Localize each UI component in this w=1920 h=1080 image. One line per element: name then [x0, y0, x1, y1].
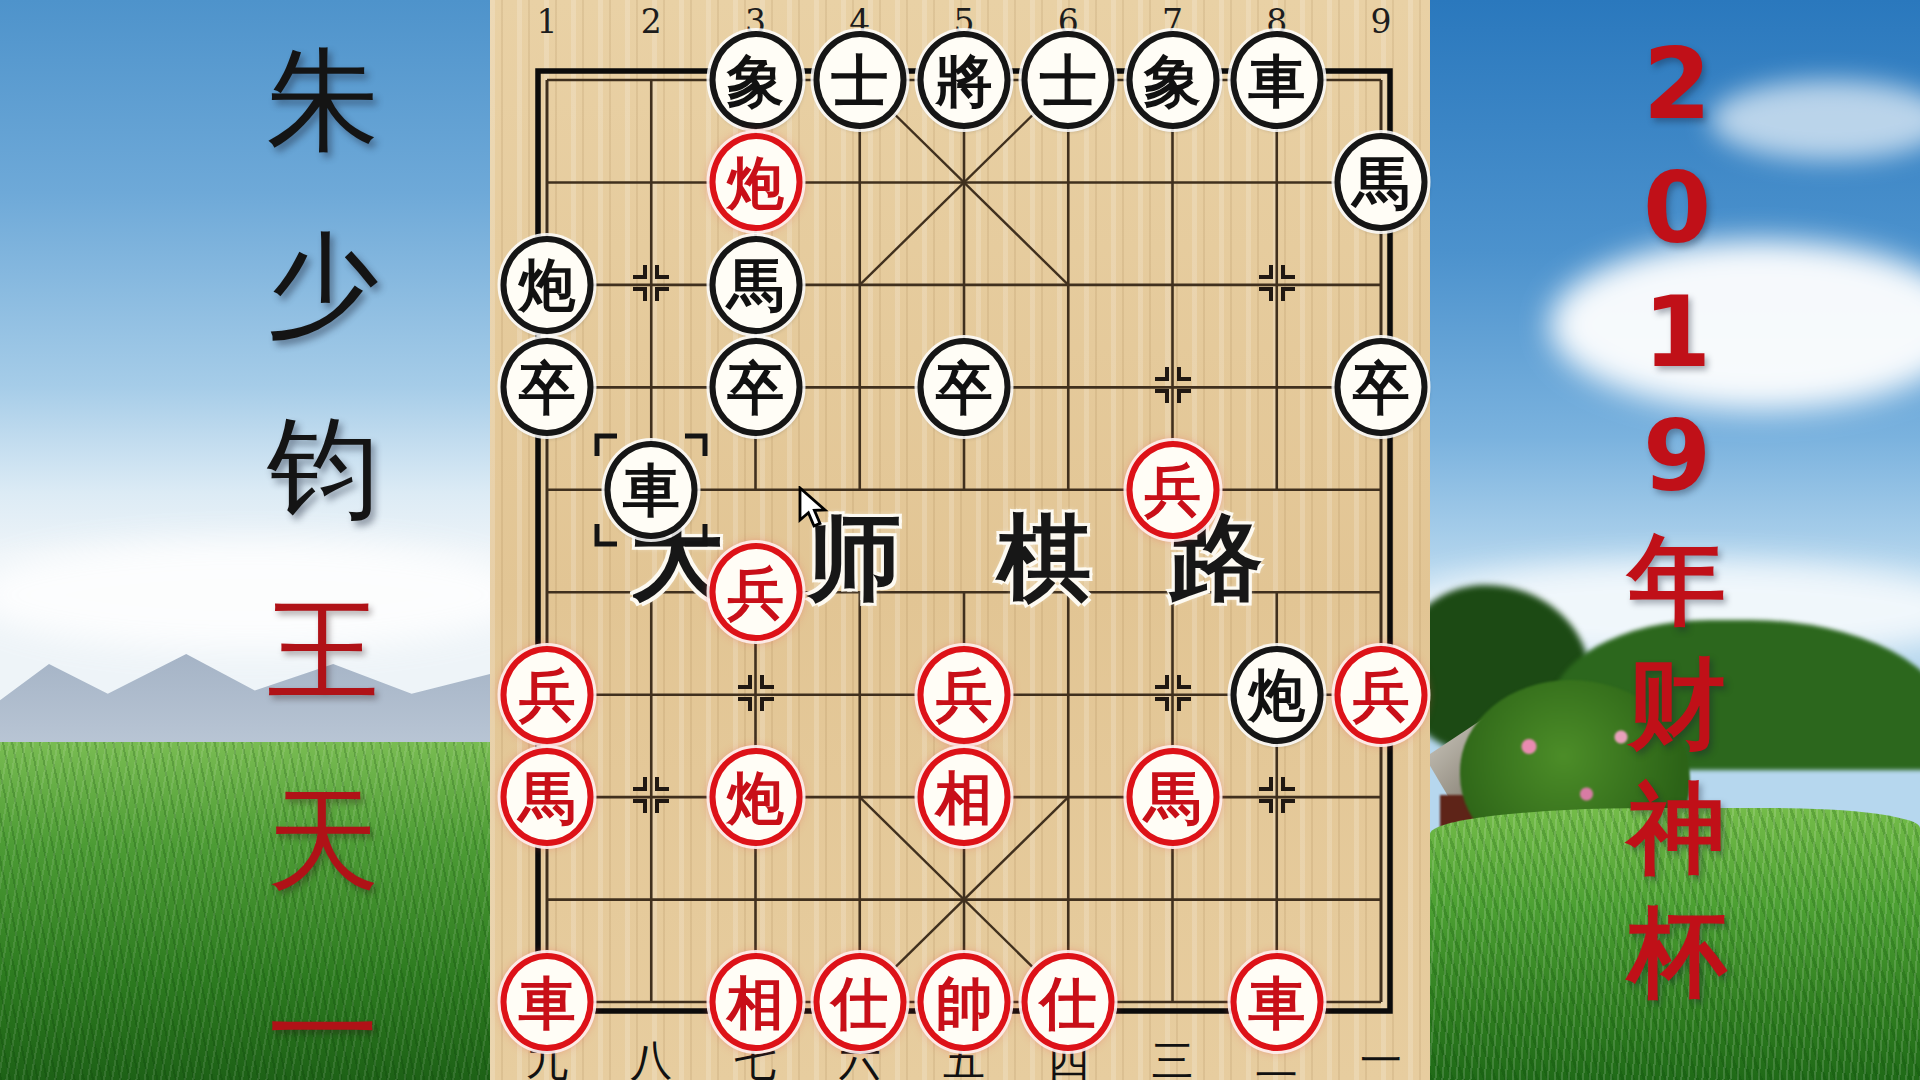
piece-red-車[interactable]: 車 — [501, 953, 594, 1051]
piece-black-馬[interactable]: 馬 — [1335, 133, 1428, 231]
piece-red-仕[interactable]: 仕 — [813, 953, 906, 1051]
column-label-bottom: 一 — [1360, 1033, 1402, 1080]
piece-black-象[interactable]: 象 — [709, 31, 802, 129]
point-marker — [1152, 672, 1194, 718]
piece-black-士[interactable]: 士 — [813, 31, 906, 129]
point-marker — [1256, 774, 1298, 820]
piece-black-卒[interactable]: 卒 — [501, 338, 594, 436]
point-marker — [630, 774, 672, 820]
piece-black-車[interactable]: 車 — [1230, 31, 1323, 129]
piece-red-炮[interactable]: 炮 — [709, 748, 802, 846]
piece-red-兵[interactable]: 兵 — [1126, 441, 1219, 539]
column-label-top: 2 — [641, 2, 662, 41]
piece-red-馬[interactable]: 馬 — [501, 748, 594, 846]
piece-red-帥[interactable]: 帥 — [918, 953, 1011, 1051]
piece-black-馬[interactable]: 馬 — [709, 236, 802, 334]
watermark-char: 师 — [807, 495, 901, 622]
piece-red-馬[interactable]: 馬 — [1126, 748, 1219, 846]
piece-black-卒[interactable]: 卒 — [1335, 338, 1428, 436]
piece-black-士[interactable]: 士 — [1022, 31, 1115, 129]
board-overlay: 123456789九八七六五四三二一大师棋路象士將士象車炮馬炮馬卒卒卒卒車兵兵兵… — [0, 0, 1920, 1080]
piece-red-炮[interactable]: 炮 — [709, 133, 802, 231]
piece-black-炮[interactable]: 炮 — [1230, 646, 1323, 744]
point-marker — [630, 262, 672, 308]
piece-red-兵[interactable]: 兵 — [709, 543, 802, 641]
piece-black-將[interactable]: 將 — [918, 31, 1011, 129]
piece-red-兵[interactable]: 兵 — [501, 646, 594, 744]
selection-brackets — [591, 430, 711, 554]
point-marker — [735, 672, 777, 718]
piece-black-卒[interactable]: 卒 — [709, 338, 802, 436]
point-marker — [1152, 364, 1194, 410]
point-marker — [1256, 262, 1298, 308]
column-label-bottom: 八 — [630, 1033, 672, 1080]
piece-red-兵[interactable]: 兵 — [1335, 646, 1428, 744]
piece-black-象[interactable]: 象 — [1126, 31, 1219, 129]
piece-red-相[interactable]: 相 — [918, 748, 1011, 846]
column-label-top: 1 — [537, 2, 558, 41]
piece-red-相[interactable]: 相 — [709, 953, 802, 1051]
piece-red-仕[interactable]: 仕 — [1022, 953, 1115, 1051]
piece-black-卒[interactable]: 卒 — [918, 338, 1011, 436]
piece-red-車[interactable]: 車 — [1230, 953, 1323, 1051]
screenshot-root: { "game": "xiangqi", "position": { "fen"… — [0, 0, 1920, 1080]
column-label-top: 9 — [1371, 2, 1392, 41]
column-label-bottom: 三 — [1152, 1033, 1194, 1080]
piece-black-炮[interactable]: 炮 — [501, 236, 594, 334]
piece-red-兵[interactable]: 兵 — [918, 646, 1011, 744]
watermark-char: 棋 — [997, 495, 1091, 622]
